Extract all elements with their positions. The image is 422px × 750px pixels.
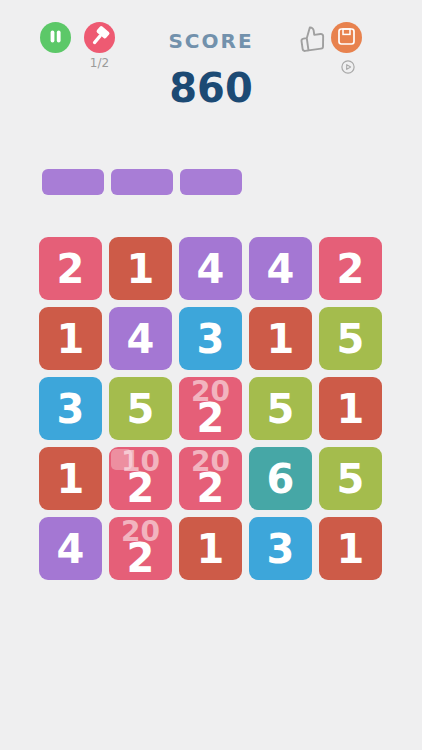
- tile-r4c4[interactable]: 6: [249, 447, 312, 510]
- tile-r4c3[interactable]: 202: [179, 447, 242, 510]
- tile-r2c1[interactable]: 1: [39, 307, 102, 370]
- tile-r4c1[interactable]: 1: [39, 447, 102, 510]
- tile-r3c4[interactable]: 5: [249, 377, 312, 440]
- tile-r1c1[interactable]: 2: [39, 237, 102, 300]
- tile-value: 5: [127, 389, 155, 429]
- board: 214421431535202511102202654202131: [39, 237, 382, 580]
- tile-value: 1: [127, 249, 155, 289]
- score-value: 860: [0, 68, 422, 108]
- tile-r4c5[interactable]: 5: [319, 447, 382, 510]
- tile-value: 5: [267, 389, 295, 429]
- tile-r2c5[interactable]: 5: [319, 307, 382, 370]
- tile-r2c4[interactable]: 1: [249, 307, 312, 370]
- tile-value: 1: [337, 529, 365, 569]
- tile-r1c2[interactable]: 1: [109, 237, 172, 300]
- tile-r4c2[interactable]: 102: [109, 447, 172, 510]
- tile-value: 4: [267, 249, 295, 289]
- tile-r3c1[interactable]: 3: [39, 377, 102, 440]
- tile-value: 4: [197, 249, 225, 289]
- tile-r5c4[interactable]: 3: [249, 517, 312, 580]
- tile-value: 1: [57, 319, 85, 359]
- tile-value: 2: [57, 249, 85, 289]
- queue-bar-2: [111, 169, 173, 195]
- tile-r5c1[interactable]: 4: [39, 517, 102, 580]
- tile-r5c2[interactable]: 202: [109, 517, 172, 580]
- tile-value: 2: [197, 398, 225, 438]
- tile-value: 6: [267, 459, 295, 499]
- tile-value: 1: [337, 389, 365, 429]
- tile-value: 2: [127, 538, 155, 578]
- tile-r2c3[interactable]: 3: [179, 307, 242, 370]
- tile-value: 1: [197, 529, 225, 569]
- tile-r2c2[interactable]: 4: [109, 307, 172, 370]
- tile-r5c3[interactable]: 1: [179, 517, 242, 580]
- tile-value: 5: [337, 319, 365, 359]
- video-replay-button[interactable]: [341, 60, 355, 74]
- tile-r5c5[interactable]: 1: [319, 517, 382, 580]
- play-circle-icon: [341, 62, 355, 77]
- tile-value: 3: [197, 319, 225, 359]
- tile-value: 3: [57, 389, 85, 429]
- tile-r1c3[interactable]: 4: [179, 237, 242, 300]
- save-button[interactable]: [331, 22, 362, 53]
- tile-r3c2[interactable]: 5: [109, 377, 172, 440]
- tile-value: 4: [57, 529, 85, 569]
- queue-bar-1: [42, 169, 104, 195]
- tile-value: 2: [127, 468, 155, 508]
- tile-value: 3: [267, 529, 295, 569]
- tile-r1c4[interactable]: 4: [249, 237, 312, 300]
- floppy-disk-icon: [331, 21, 362, 55]
- tile-value: 1: [57, 459, 85, 499]
- game-screen: 1/2 SCORE 860 21442143153520251110220265…: [0, 0, 422, 750]
- tile-value: 2: [337, 249, 365, 289]
- tile-value: 4: [127, 319, 155, 359]
- tile-r3c5[interactable]: 1: [319, 377, 382, 440]
- tile-value: 2: [197, 468, 225, 508]
- queue-bar-3: [180, 169, 242, 195]
- thumbs-up-icon[interactable]: [298, 25, 327, 52]
- queue: [42, 169, 242, 195]
- tile-r1c5[interactable]: 2: [319, 237, 382, 300]
- tile-r3c3[interactable]: 202: [179, 377, 242, 440]
- tile-value: 1: [267, 319, 295, 359]
- tile-value: 5: [337, 459, 365, 499]
